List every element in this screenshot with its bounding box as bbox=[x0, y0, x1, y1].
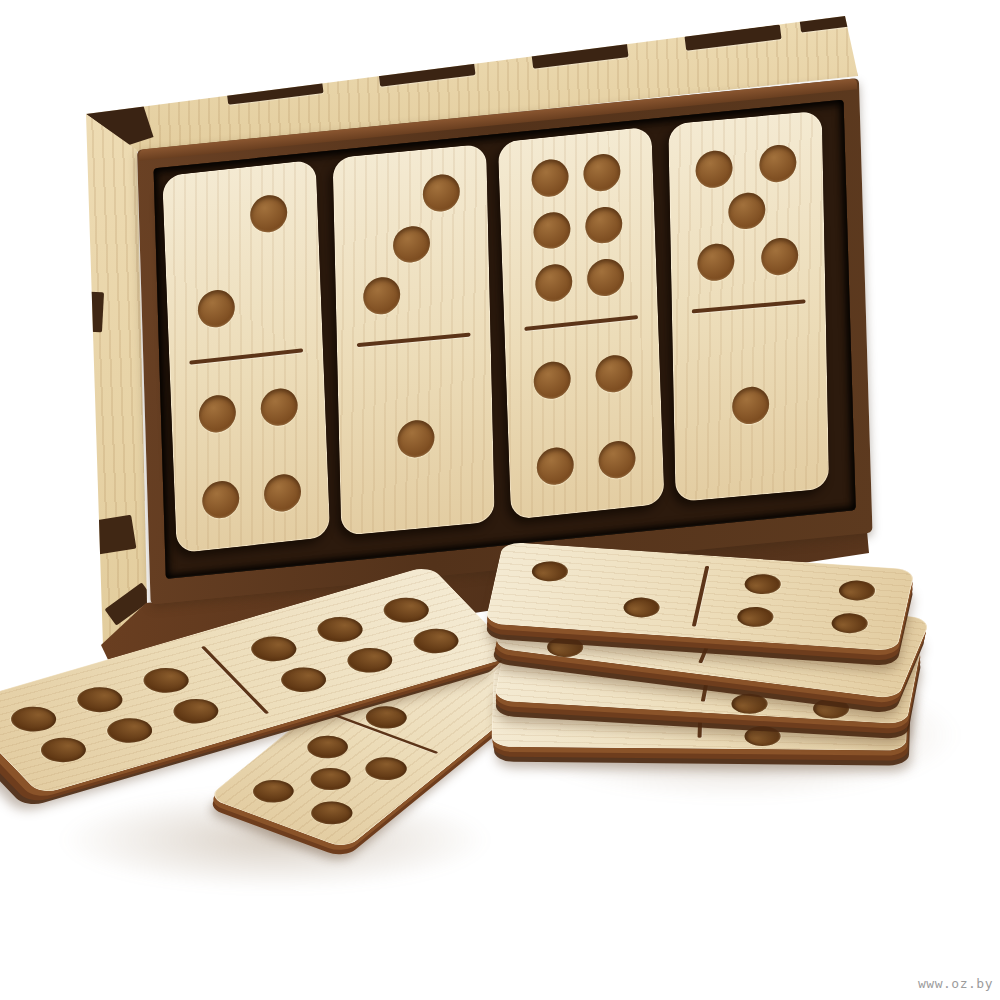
pip bbox=[263, 473, 301, 514]
pip bbox=[728, 191, 766, 231]
domino-half bbox=[333, 144, 491, 345]
pip bbox=[303, 764, 359, 795]
domino-half bbox=[170, 350, 331, 553]
pip bbox=[244, 632, 304, 665]
pip bbox=[837, 579, 877, 601]
pip bbox=[376, 594, 436, 627]
pip bbox=[358, 753, 414, 784]
pip bbox=[406, 624, 466, 657]
pip bbox=[198, 394, 236, 435]
pip bbox=[829, 612, 869, 634]
box-front-frame bbox=[137, 78, 872, 605]
domino-half bbox=[693, 556, 915, 652]
pip bbox=[744, 726, 781, 746]
pip bbox=[759, 143, 797, 183]
pip bbox=[197, 289, 235, 330]
domino-half bbox=[485, 542, 707, 638]
domino-half bbox=[337, 335, 495, 536]
pip bbox=[397, 419, 435, 459]
pip bbox=[622, 596, 662, 618]
pip bbox=[393, 224, 431, 264]
watermark-text: www.oz.by bbox=[918, 976, 993, 991]
pip bbox=[260, 387, 298, 428]
pip bbox=[761, 236, 799, 276]
pip bbox=[811, 698, 851, 720]
pip bbox=[273, 663, 333, 696]
domino-6-4[interactable] bbox=[498, 126, 665, 520]
pip bbox=[543, 635, 586, 659]
pip bbox=[595, 354, 633, 395]
pip bbox=[697, 242, 735, 282]
pip bbox=[33, 733, 93, 766]
pip bbox=[533, 360, 571, 401]
domino-half bbox=[672, 302, 829, 503]
pip bbox=[136, 664, 196, 697]
pip bbox=[531, 158, 569, 199]
pip bbox=[535, 262, 573, 303]
pip bbox=[587, 257, 625, 298]
domino-3-1[interactable] bbox=[333, 144, 495, 536]
pip bbox=[4, 703, 64, 736]
pip bbox=[735, 606, 775, 628]
pip bbox=[202, 480, 240, 521]
pip bbox=[585, 205, 623, 246]
pip bbox=[695, 149, 733, 189]
domino-half bbox=[498, 126, 658, 329]
pip bbox=[536, 446, 574, 487]
pip bbox=[245, 776, 301, 807]
domino-half bbox=[668, 111, 825, 312]
pip bbox=[583, 152, 621, 193]
pip bbox=[598, 440, 636, 481]
pip bbox=[363, 276, 401, 316]
domino-5-1[interactable] bbox=[668, 111, 829, 503]
product-photo-dominoes: www.oz.by bbox=[0, 0, 1000, 1000]
pip bbox=[310, 613, 370, 646]
pip bbox=[166, 694, 226, 727]
pip bbox=[299, 732, 355, 763]
pip bbox=[730, 693, 770, 715]
pip bbox=[70, 683, 130, 716]
pip bbox=[533, 210, 571, 251]
pip bbox=[743, 573, 783, 595]
domino-2-4[interactable] bbox=[162, 160, 330, 554]
pip bbox=[530, 560, 570, 582]
pip bbox=[340, 644, 400, 677]
pip bbox=[732, 385, 770, 425]
box-interior bbox=[154, 100, 856, 579]
finger-joint-tab bbox=[85, 292, 104, 333]
pip bbox=[304, 798, 360, 829]
finger-joint-tab bbox=[88, 515, 137, 555]
domino-half bbox=[505, 317, 665, 520]
pip bbox=[422, 173, 460, 213]
pip bbox=[100, 714, 160, 747]
pip bbox=[249, 193, 287, 234]
domino-half bbox=[162, 160, 323, 363]
